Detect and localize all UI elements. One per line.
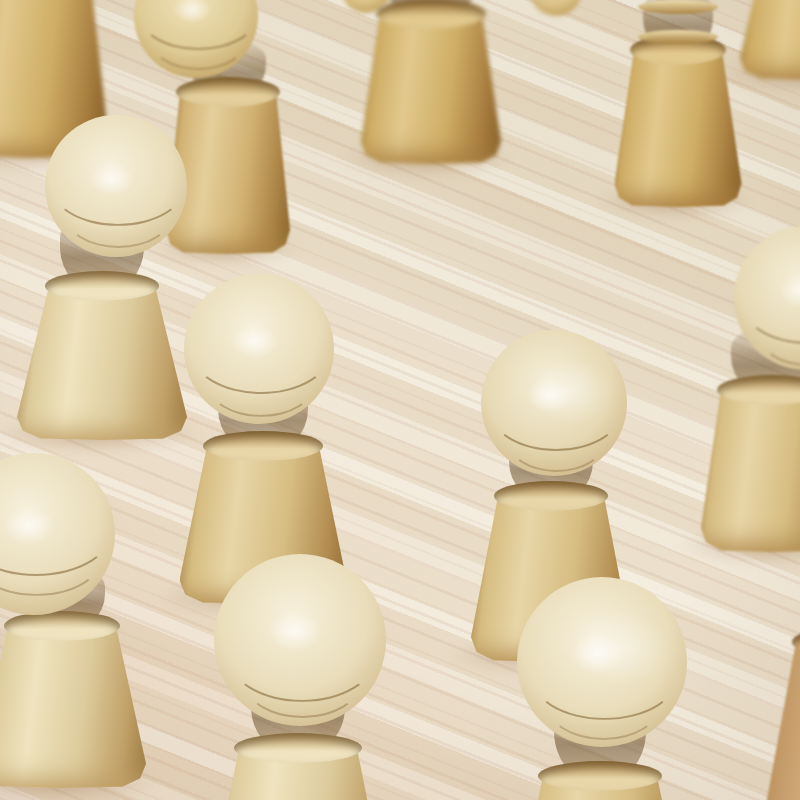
piece-shadow [153, 580, 362, 616]
pawn-top-left-edge [0, 0, 800, 800]
pawn-neck [251, 674, 345, 756]
head-groove-ring [227, 608, 377, 702]
board-photo [0, 0, 800, 800]
head-groove-ring [243, 643, 362, 718]
pawn-head [517, 577, 687, 747]
pawn-head [0, 453, 115, 615]
pawn-neck-rim [630, 35, 725, 65]
pawn-neck [19, 566, 105, 634]
piece-shadow [339, 140, 514, 176]
pawn-neck-rim [4, 611, 121, 641]
pawn-cone [166, 92, 290, 254]
pawn-head [341, 0, 391, 13]
piece-shadow [594, 183, 753, 219]
pawn-neck-rim [45, 271, 159, 301]
pawn-neck-rim [538, 761, 661, 791]
piece-shadow [0, 764, 161, 800]
head-groove-ring [507, 409, 606, 472]
pawn-cone [361, 14, 501, 164]
neck-ring [638, 30, 717, 44]
pawn-neck [390, 0, 472, 22]
pawn-cone [17, 286, 187, 440]
pawn-cone [701, 390, 800, 552]
piece-shadow [0, 416, 202, 452]
neck-ring [638, 0, 717, 14]
pawn-neck-rim [234, 733, 361, 763]
pawn-neck-rim [203, 431, 324, 461]
pawn-neck [731, 327, 800, 398]
pawn-top-right [0, 0, 800, 800]
piece-shadow [445, 638, 645, 674]
pawn-cone [760, 642, 800, 800]
pieces-layer [0, 0, 800, 800]
pawn-neck [554, 696, 645, 784]
pawn-right-edge [0, 0, 800, 800]
piece-shadow [678, 528, 800, 564]
pawn-neck-rim [494, 481, 608, 511]
head-groove-ring [0, 475, 116, 576]
pawn-cone [740, 0, 800, 80]
pawn-mid-left [0, 0, 800, 800]
back-sliver-left [0, 0, 800, 800]
head-groove-ring [48, 138, 188, 226]
piece-shadow [716, 56, 800, 92]
pawn-cone [0, 0, 107, 158]
head-groove-ring [488, 365, 624, 451]
pawn-head [481, 330, 627, 476]
pawn-neck [60, 214, 145, 294]
pawn-head [45, 115, 187, 257]
back-sliver-right [0, 0, 800, 800]
pawn-neck-rim [717, 375, 800, 405]
pawn-top-center [0, 0, 800, 800]
head-groove-ring [149, 7, 248, 70]
head-groove-ring [207, 349, 315, 417]
pawn-neck [218, 379, 308, 454]
pawn-neck [509, 432, 594, 504]
pawn-head [184, 274, 334, 424]
pawn-bottom-center-right [0, 0, 800, 800]
head-groove-ring [546, 667, 661, 740]
pawn-head [134, 0, 258, 78]
pawn-bottom-left [0, 0, 800, 800]
pawn-neck [190, 41, 267, 100]
pawn-head [734, 226, 800, 370]
head-groove-ring [740, 258, 800, 344]
pawn-cone [0, 626, 146, 788]
head-groove-ring [759, 304, 800, 366]
pawn-neck [643, 0, 713, 58]
pawn-cone [209, 748, 387, 800]
pawn-cone [180, 446, 347, 604]
pawn-mid-center [0, 0, 800, 800]
pawn-mid-right [0, 0, 800, 800]
pawn-top-mid [0, 0, 800, 800]
head-groove-ring [528, 624, 681, 720]
piece-shadow [146, 230, 301, 266]
head-groove-ring [136, 0, 261, 50]
pawn-cone [615, 50, 742, 207]
pawn-bottom-right-corner [0, 0, 800, 800]
pawn-head [214, 554, 386, 726]
piece-shadow [0, 134, 121, 170]
pawn-neck-rim [376, 0, 486, 29]
head-groove-ring [0, 510, 105, 596]
pawn-head [530, 0, 582, 16]
pawn-neck-rim [792, 627, 800, 657]
head-groove-ring [64, 179, 173, 248]
pawn-cone [471, 496, 631, 662]
head-groove-ring [189, 303, 333, 394]
pawn-top-right-corner [0, 0, 800, 800]
pawn-neck-rim [176, 77, 280, 107]
pawn-cone [513, 776, 687, 800]
pawn-bottom-center-left [0, 0, 800, 800]
